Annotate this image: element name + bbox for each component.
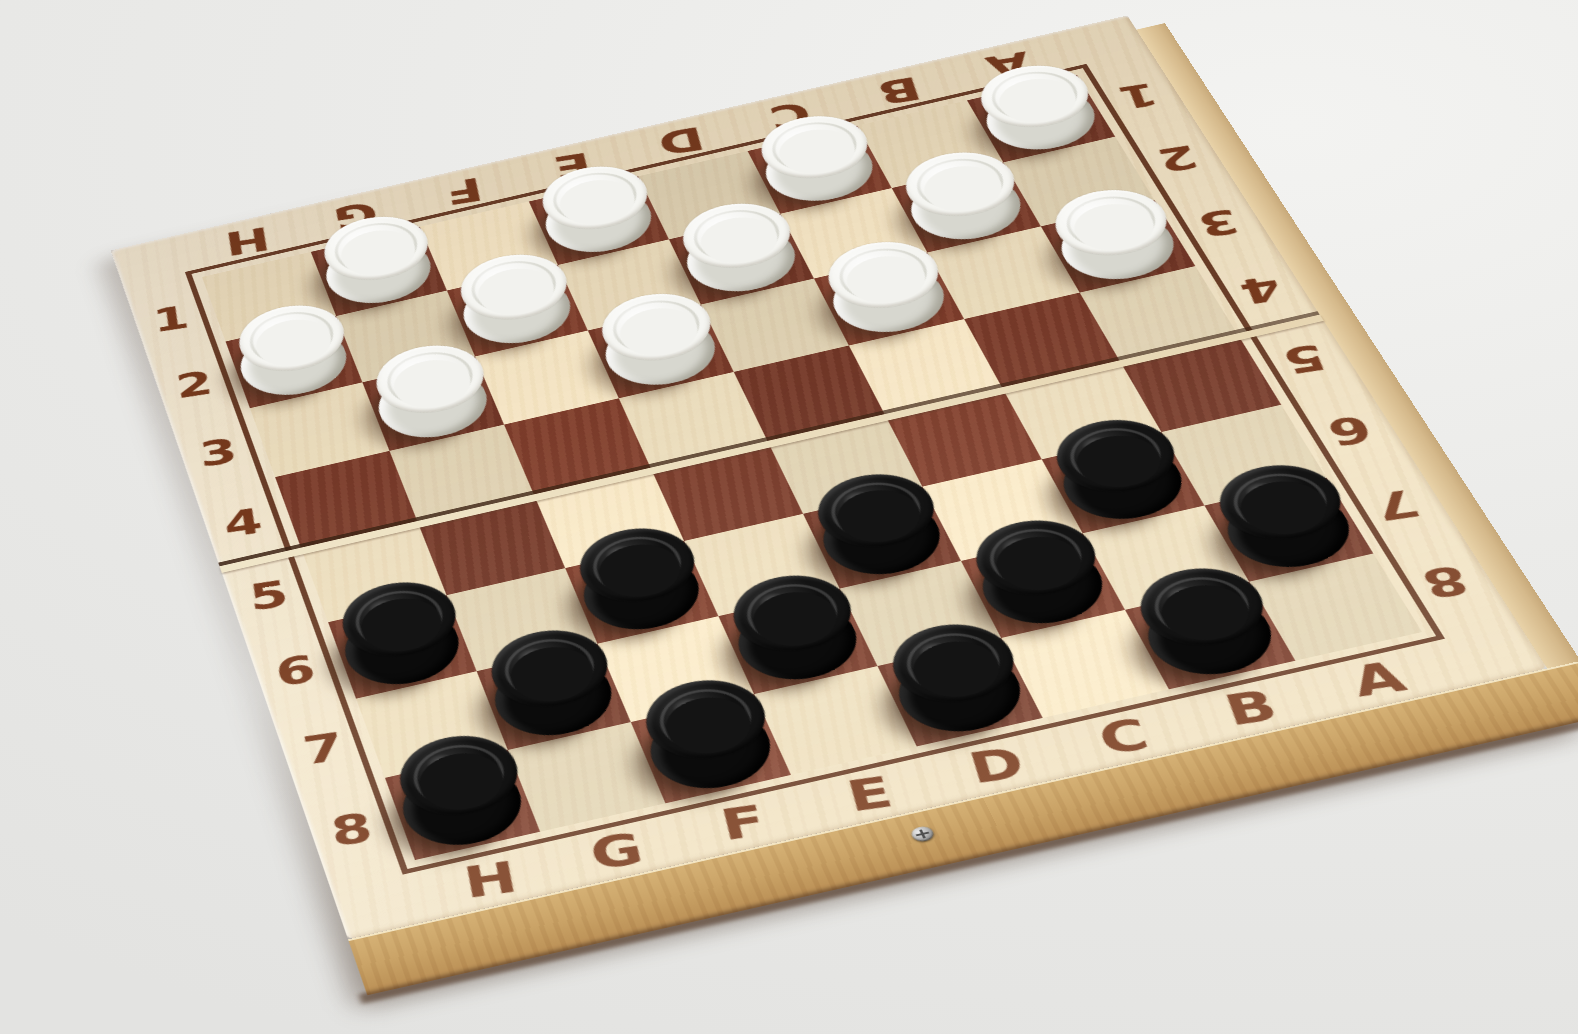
- file-label-top-h: H: [223, 222, 272, 260]
- file-label-top-d: D: [655, 122, 708, 160]
- hinge-screw: [909, 825, 936, 843]
- photo-background: HH11GG22FF33EE44DD55CC66BB77AA88 ●●●●●●●…: [0, 0, 1578, 1034]
- rank-label-left-1: 1: [151, 301, 191, 337]
- rank-label-left-6: 6: [273, 650, 318, 692]
- file-label-bottom-g: G: [587, 827, 647, 876]
- rank-label-left-2: 2: [174, 366, 215, 403]
- rank-label-left-4: 4: [222, 503, 265, 543]
- rank-label-left-5: 5: [247, 575, 291, 616]
- rank-label-left-8: 8: [328, 807, 375, 852]
- file-label-top-f: F: [443, 173, 486, 210]
- rank-label-left-7: 7: [300, 727, 346, 770]
- checkers-board: HH11GG22FF33EE44DD55CC66BB77AA88 ●●●●●●●…: [111, 15, 1547, 939]
- file-label-bottom-h: H: [461, 855, 521, 904]
- screw-slot: [916, 832, 930, 837]
- rank-label-left-3: 3: [197, 433, 239, 472]
